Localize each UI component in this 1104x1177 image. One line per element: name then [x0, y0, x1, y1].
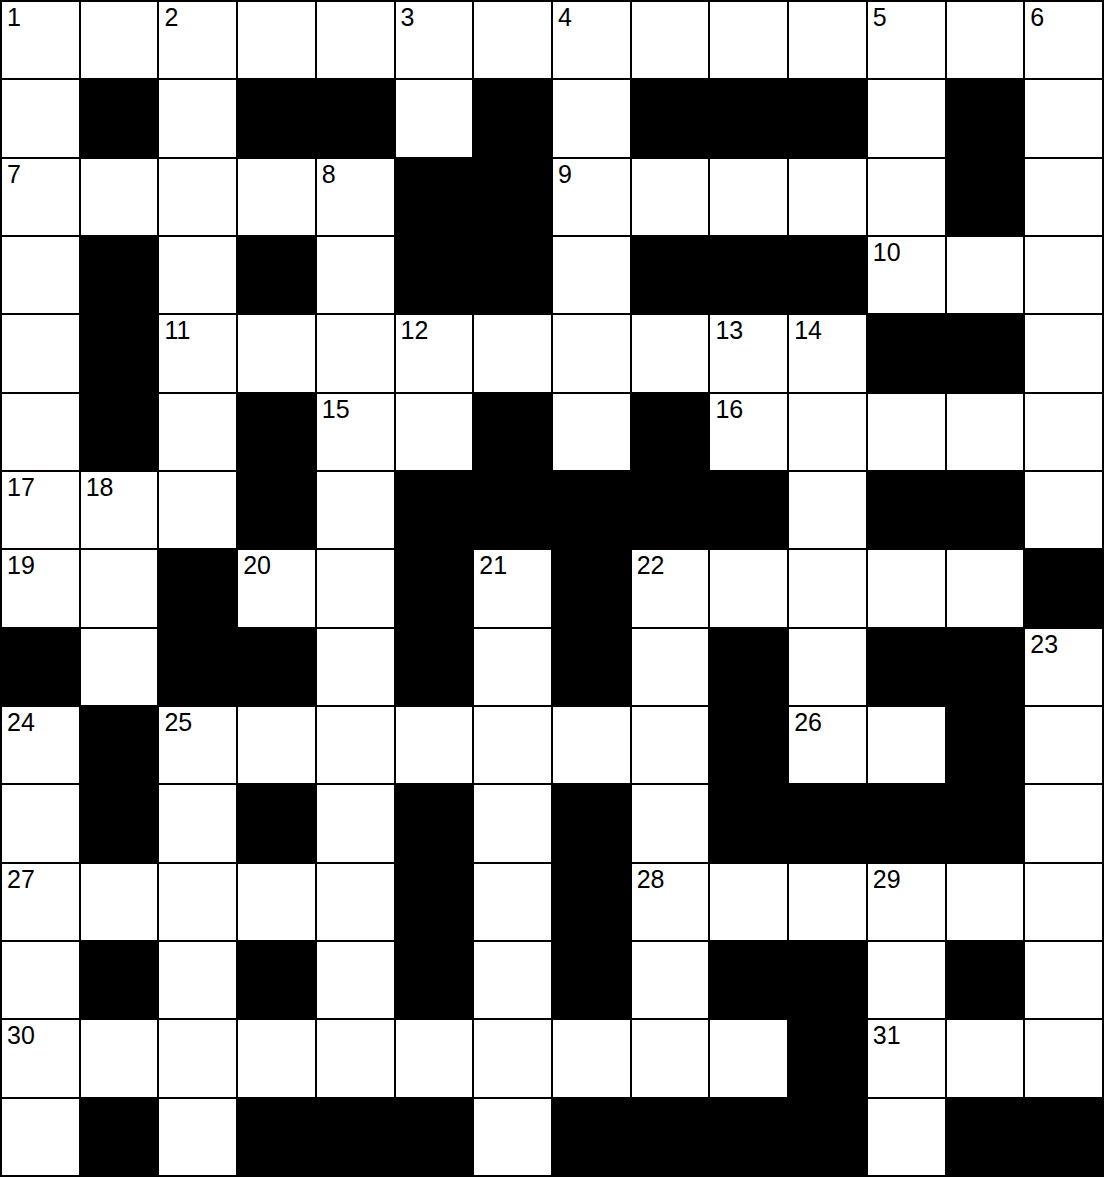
clue-number-13: 13: [715, 318, 743, 343]
cell-r11-c10[interactable]: [788, 863, 867, 941]
cell-r13-c3[interactable]: [237, 1019, 316, 1097]
cell-r7-c8[interactable]: 22: [631, 549, 710, 627]
cell-r12-c11[interactable]: [867, 941, 946, 1019]
cell-r11-c8[interactable]: 28: [631, 863, 710, 941]
clue-number-18: 18: [86, 475, 114, 500]
cell-r7-c11[interactable]: [867, 549, 946, 627]
cell-r3-c5: [395, 236, 474, 314]
cell-r0-c4[interactable]: [316, 1, 395, 79]
clue-number-15: 15: [322, 397, 350, 422]
cell-r3-c6: [473, 236, 552, 314]
cell-r13-c1[interactable]: [80, 1019, 159, 1097]
cell-r0-c7[interactable]: 4: [552, 1, 631, 79]
clue-number-29: 29: [873, 867, 901, 892]
cell-r3-c4[interactable]: [316, 236, 395, 314]
cell-r13-c6[interactable]: [473, 1019, 552, 1097]
cell-r9-c4[interactable]: [316, 706, 395, 784]
cell-r12-c9: [709, 941, 788, 1019]
cell-r1-c10: [788, 79, 867, 157]
cell-r0-c0[interactable]: 1: [1, 1, 80, 79]
cell-r3-c7[interactable]: [552, 236, 631, 314]
cell-r8-c1[interactable]: [80, 628, 159, 706]
clue-number-6: 6: [1030, 5, 1044, 30]
cell-r8-c3: [237, 628, 316, 706]
cell-r7-c0[interactable]: 19: [1, 549, 80, 627]
cell-r5-c4[interactable]: 15: [316, 393, 395, 471]
cell-r5-c9[interactable]: 16: [709, 393, 788, 471]
clue-number-14: 14: [794, 318, 822, 343]
cell-r5-c10[interactable]: [788, 393, 867, 471]
cell-r9-c12: [946, 706, 1025, 784]
cell-r8-c8[interactable]: [631, 628, 710, 706]
clue-number-17: 17: [7, 475, 35, 500]
cell-r12-c2[interactable]: [158, 941, 237, 1019]
clue-number-27: 27: [7, 867, 35, 892]
cell-r11-c6[interactable]: [473, 863, 552, 941]
cell-r2-c0[interactable]: 7: [1, 158, 80, 236]
cell-r3-c12[interactable]: [946, 236, 1025, 314]
cell-r7-c13: [1024, 549, 1103, 627]
clue-number-1: 1: [7, 5, 21, 30]
cell-r7-c6[interactable]: 21: [473, 549, 552, 627]
cell-r4-c9[interactable]: 13: [709, 314, 788, 392]
cell-r8-c11: [867, 628, 946, 706]
cell-r6-c1[interactable]: 18: [80, 471, 159, 549]
cell-r10-c5: [395, 784, 474, 862]
cell-r0-c5[interactable]: 3: [395, 1, 474, 79]
cell-r4-c5[interactable]: 12: [395, 314, 474, 392]
cell-r13-c9[interactable]: [709, 1019, 788, 1097]
cell-r9-c1: [80, 706, 159, 784]
cell-r4-c8[interactable]: [631, 314, 710, 392]
cell-r0-c11[interactable]: 5: [867, 1, 946, 79]
cell-r4-c4[interactable]: [316, 314, 395, 392]
cell-r13-c10: [788, 1019, 867, 1097]
clue-number-22: 22: [637, 553, 665, 578]
cell-r5-c12[interactable]: [946, 393, 1025, 471]
cell-r9-c13[interactable]: [1024, 706, 1103, 784]
cell-r12-c6[interactable]: [473, 941, 552, 1019]
cell-r4-c10[interactable]: 14: [788, 314, 867, 392]
cell-r9-c6[interactable]: [473, 706, 552, 784]
cell-r4-c0[interactable]: [1, 314, 80, 392]
cell-r14-c5: [395, 1098, 474, 1176]
cell-r9-c0[interactable]: 24: [1, 706, 80, 784]
cell-r10-c0[interactable]: [1, 784, 80, 862]
cell-r1-c0[interactable]: [1, 79, 80, 157]
cell-r2-c6: [473, 158, 552, 236]
cell-r12-c12: [946, 941, 1025, 1019]
cell-r3-c9: [709, 236, 788, 314]
clue-number-5: 5: [873, 5, 887, 30]
cell-r0-c6[interactable]: [473, 1, 552, 79]
cell-r1-c12: [946, 79, 1025, 157]
clue-number-9: 9: [558, 162, 572, 187]
clue-number-21: 21: [479, 553, 507, 578]
cell-r6-c7: [552, 471, 631, 549]
cell-r5-c3: [237, 393, 316, 471]
cell-r11-c3[interactable]: [237, 863, 316, 941]
cell-r12-c5: [395, 941, 474, 1019]
cell-r7-c3[interactable]: 20: [237, 549, 316, 627]
cell-r5-c7[interactable]: [552, 393, 631, 471]
cell-r4-c12: [946, 314, 1025, 392]
cell-r5-c11[interactable]: [867, 393, 946, 471]
clue-number-3: 3: [401, 5, 415, 30]
cell-r5-c0[interactable]: [1, 393, 80, 471]
cell-r1-c13[interactable]: [1024, 79, 1103, 157]
cell-r14-c12: [946, 1098, 1025, 1176]
cell-r12-c1: [80, 941, 159, 1019]
cell-r7-c2: [158, 549, 237, 627]
cell-r13-c2[interactable]: [158, 1019, 237, 1097]
cell-r11-c7: [552, 863, 631, 941]
cell-r14-c9: [709, 1098, 788, 1176]
cell-r2-c5: [395, 158, 474, 236]
cell-r2-c3[interactable]: [237, 158, 316, 236]
cell-r13-c7[interactable]: [552, 1019, 631, 1097]
cell-r11-c0[interactable]: 27: [1, 863, 80, 941]
cell-r14-c13: [1024, 1098, 1103, 1176]
cell-r9-c7[interactable]: [552, 706, 631, 784]
clue-number-28: 28: [637, 867, 665, 892]
cell-r1-c11[interactable]: [867, 79, 946, 157]
cell-r6-c8: [631, 471, 710, 549]
clue-number-10: 10: [873, 240, 901, 265]
cell-r12-c7: [552, 941, 631, 1019]
cell-r1-c6: [473, 79, 552, 157]
cell-r7-c10[interactable]: [788, 549, 867, 627]
cell-r0-c13[interactable]: 6: [1024, 1, 1103, 79]
cell-r3-c13[interactable]: [1024, 236, 1103, 314]
cell-r0-c1[interactable]: [80, 1, 159, 79]
cell-r9-c3[interactable]: [237, 706, 316, 784]
cell-r0-c3[interactable]: [237, 1, 316, 79]
cell-r6-c4[interactable]: [316, 471, 395, 549]
cell-r9-c5[interactable]: [395, 706, 474, 784]
cell-r4-c3[interactable]: [237, 314, 316, 392]
cell-r2-c10[interactable]: [788, 158, 867, 236]
cell-r14-c10: [788, 1098, 867, 1176]
cell-r11-c12[interactable]: [946, 863, 1025, 941]
cell-r14-c4: [316, 1098, 395, 1176]
cell-r3-c10: [788, 236, 867, 314]
cell-r3-c8: [631, 236, 710, 314]
cell-r0-c9[interactable]: [709, 1, 788, 79]
cell-r0-c2[interactable]: 2: [158, 1, 237, 79]
cell-r8-c9: [709, 628, 788, 706]
cell-r8-c6[interactable]: [473, 628, 552, 706]
cell-r13-c5[interactable]: [395, 1019, 474, 1097]
cell-r14-c1: [80, 1098, 159, 1176]
clue-number-4: 4: [558, 5, 572, 30]
cell-r9-c2[interactable]: 25: [158, 706, 237, 784]
cell-r6-c10[interactable]: [788, 471, 867, 549]
cell-r2-c11[interactable]: [867, 158, 946, 236]
cell-r14-c0[interactable]: [1, 1098, 80, 1176]
crossword-board: 1234567891011121314151617181920212223242…: [0, 0, 1104, 1177]
cell-r4-c6[interactable]: [473, 314, 552, 392]
cell-r7-c9[interactable]: [709, 549, 788, 627]
cell-r3-c0[interactable]: [1, 236, 80, 314]
cell-r5-c1: [80, 393, 159, 471]
cell-r9-c10[interactable]: 26: [788, 706, 867, 784]
clue-number-20: 20: [243, 553, 271, 578]
cell-r14-c7: [552, 1098, 631, 1176]
cell-r6-c0[interactable]: 17: [1, 471, 80, 549]
cell-r13-c8[interactable]: [631, 1019, 710, 1097]
cell-r1-c4: [316, 79, 395, 157]
cell-r12-c3: [237, 941, 316, 1019]
cell-r5-c6: [473, 393, 552, 471]
clue-number-25: 25: [164, 710, 192, 735]
cell-r5-c2[interactable]: [158, 393, 237, 471]
cell-r5-c13[interactable]: [1024, 393, 1103, 471]
cell-r4-c13[interactable]: [1024, 314, 1103, 392]
cell-r4-c11: [867, 314, 946, 392]
cell-r9-c11[interactable]: [867, 706, 946, 784]
cell-r6-c12: [946, 471, 1025, 549]
cell-r6-c11: [867, 471, 946, 549]
cell-r6-c3: [237, 471, 316, 549]
cell-r12-c4[interactable]: [316, 941, 395, 1019]
cell-r12-c13[interactable]: [1024, 941, 1103, 1019]
clue-number-2: 2: [164, 5, 178, 30]
cell-r11-c4[interactable]: [316, 863, 395, 941]
cell-r10-c13[interactable]: [1024, 784, 1103, 862]
cell-r2-c7[interactable]: 9: [552, 158, 631, 236]
cell-r11-c5: [395, 863, 474, 941]
cell-r11-c2[interactable]: [158, 863, 237, 941]
cell-r10-c7: [552, 784, 631, 862]
clue-number-12: 12: [401, 318, 429, 343]
cell-r8-c4[interactable]: [316, 628, 395, 706]
cell-r13-c0[interactable]: 30: [1, 1019, 80, 1097]
cell-r13-c11[interactable]: 31: [867, 1019, 946, 1097]
cell-r9-c9: [709, 706, 788, 784]
cell-r2-c8[interactable]: [631, 158, 710, 236]
cell-r1-c5[interactable]: [395, 79, 474, 157]
cell-r4-c7[interactable]: [552, 314, 631, 392]
cell-r3-c11[interactable]: 10: [867, 236, 946, 314]
cell-r8-c10[interactable]: [788, 628, 867, 706]
cell-r7-c1[interactable]: [80, 549, 159, 627]
cell-r10-c4[interactable]: [316, 784, 395, 862]
cell-r8-c2: [158, 628, 237, 706]
cell-r10-c8[interactable]: [631, 784, 710, 862]
cell-r2-c1[interactable]: [80, 158, 159, 236]
cell-r8-c0: [1, 628, 80, 706]
cell-r5-c5[interactable]: [395, 393, 474, 471]
cell-r14-c3: [237, 1098, 316, 1176]
cell-r3-c2[interactable]: [158, 236, 237, 314]
cell-r14-c6[interactable]: [473, 1098, 552, 1176]
cell-r1-c8: [631, 79, 710, 157]
cell-r11-c9[interactable]: [709, 863, 788, 941]
clue-number-23: 23: [1030, 632, 1058, 657]
clue-number-26: 26: [794, 710, 822, 735]
cell-r10-c10: [788, 784, 867, 862]
cell-r6-c5: [395, 471, 474, 549]
cell-r2-c2[interactable]: [158, 158, 237, 236]
cell-r14-c2[interactable]: [158, 1098, 237, 1176]
cell-r8-c12: [946, 628, 1025, 706]
cell-r11-c13[interactable]: [1024, 863, 1103, 941]
cell-r6-c6: [473, 471, 552, 549]
cell-r0-c10[interactable]: [788, 1, 867, 79]
cell-r1-c3: [237, 79, 316, 157]
cell-r12-c8[interactable]: [631, 941, 710, 1019]
cell-r8-c7: [552, 628, 631, 706]
cell-r8-c13[interactable]: 23: [1024, 628, 1103, 706]
cell-r13-c12[interactable]: [946, 1019, 1025, 1097]
cell-r7-c5: [395, 549, 474, 627]
cell-r2-c13[interactable]: [1024, 158, 1103, 236]
cell-r7-c12[interactable]: [946, 549, 1025, 627]
clue-number-7: 7: [7, 162, 21, 187]
cell-r10-c1: [80, 784, 159, 862]
cell-r10-c6[interactable]: [473, 784, 552, 862]
cell-r9-c8[interactable]: [631, 706, 710, 784]
cell-r0-c12[interactable]: [946, 1, 1025, 79]
cell-r1-c1: [80, 79, 159, 157]
cell-r6-c13[interactable]: [1024, 471, 1103, 549]
cell-r3-c3: [237, 236, 316, 314]
cell-r13-c13[interactable]: [1024, 1019, 1103, 1097]
clue-number-19: 19: [7, 553, 35, 578]
cell-r2-c4[interactable]: 8: [316, 158, 395, 236]
cell-r4-c2[interactable]: 11: [158, 314, 237, 392]
cell-r6-c9: [709, 471, 788, 549]
cell-r2-c12: [946, 158, 1025, 236]
cell-r10-c9: [709, 784, 788, 862]
clue-number-8: 8: [322, 162, 336, 187]
cell-r1-c2[interactable]: [158, 79, 237, 157]
cell-r10-c2[interactable]: [158, 784, 237, 862]
cell-r1-c7[interactable]: [552, 79, 631, 157]
cell-r7-c4[interactable]: [316, 549, 395, 627]
cell-r2-c9[interactable]: [709, 158, 788, 236]
cell-r12-c0[interactable]: [1, 941, 80, 1019]
cell-r6-c2[interactable]: [158, 471, 237, 549]
cell-r14-c11[interactable]: [867, 1098, 946, 1176]
cell-r4-c1: [80, 314, 159, 392]
cell-r12-c10: [788, 941, 867, 1019]
clue-number-16: 16: [715, 397, 743, 422]
cell-r8-c5: [395, 628, 474, 706]
clue-number-24: 24: [7, 710, 35, 735]
cell-r11-c1[interactable]: [80, 863, 159, 941]
cell-r0-c8[interactable]: [631, 1, 710, 79]
cell-r10-c11: [867, 784, 946, 862]
cell-r11-c11[interactable]: 29: [867, 863, 946, 941]
clue-number-31: 31: [873, 1023, 901, 1048]
clue-number-30: 30: [7, 1023, 35, 1048]
clue-number-11: 11: [164, 318, 190, 343]
cell-r5-c8: [631, 393, 710, 471]
cell-r10-c3: [237, 784, 316, 862]
cell-r10-c12: [946, 784, 1025, 862]
cell-r14-c8: [631, 1098, 710, 1176]
cell-r7-c7: [552, 549, 631, 627]
cell-r3-c1: [80, 236, 159, 314]
cell-r1-c9: [709, 79, 788, 157]
cell-r13-c4[interactable]: [316, 1019, 395, 1097]
